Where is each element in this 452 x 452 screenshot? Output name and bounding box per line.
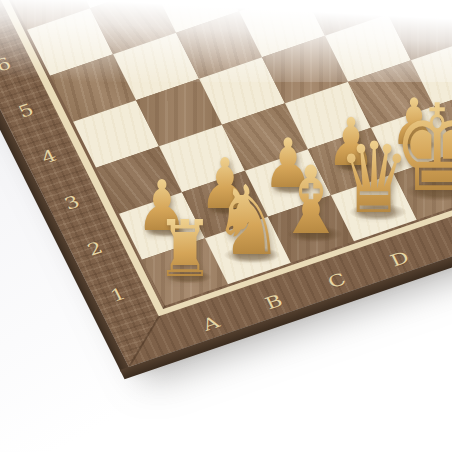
piece-white-queen-d1: ♛ [338,129,410,227]
file-label-b: B [258,290,290,315]
file-label-a: A [195,311,227,336]
photo-backdrop: 123456 ABCD ♜♞♝♛♚♟♟♟♟♟ [0,0,452,452]
piece-white-bishop-c1: ♝ [276,154,345,248]
file-label-d: D [384,247,416,272]
piece-white-knight-b1: ♞ [213,173,284,269]
piece-white-rook-a1: ♜ [156,210,213,288]
file-label-c: C [321,268,353,293]
